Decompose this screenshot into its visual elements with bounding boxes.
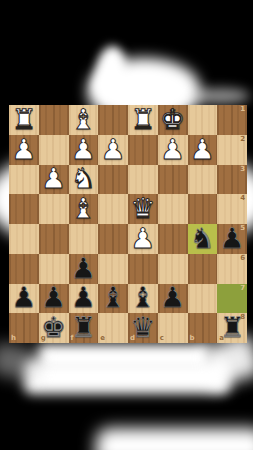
black-pawn-piece[interactable]: ♟ xyxy=(11,284,36,312)
white-king-piece[interactable]: ♚ xyxy=(160,106,185,134)
black-rook-piece[interactable]: ♜ xyxy=(71,314,96,342)
rank-label-5: 5 xyxy=(240,225,245,232)
square-a4[interactable]: 4 xyxy=(217,194,247,224)
square-c1[interactable]: ♚ xyxy=(158,105,188,135)
square-a3[interactable]: 3 xyxy=(217,165,247,195)
square-g8[interactable]: ♚g xyxy=(39,313,69,343)
square-f6[interactable]: ♟ xyxy=(69,254,99,284)
white-bishop-piece[interactable]: ♝ xyxy=(71,195,96,223)
file-label-c: c xyxy=(160,335,164,342)
knight-watermark-foot-icon xyxy=(96,428,253,450)
square-g5[interactable] xyxy=(39,224,69,254)
square-d2[interactable] xyxy=(128,135,158,165)
file-label-f: f xyxy=(71,335,74,342)
square-c4[interactable] xyxy=(158,194,188,224)
white-bishop-piece[interactable]: ♝ xyxy=(71,106,96,134)
square-a7[interactable]: 7 xyxy=(217,284,247,314)
square-e1[interactable] xyxy=(98,105,128,135)
square-g3[interactable]: ♟ xyxy=(39,165,69,195)
black-rook-piece[interactable]: ♜ xyxy=(220,314,245,342)
knight-watermark-mane-icon xyxy=(190,88,250,104)
white-pawn-piece[interactable]: ♟ xyxy=(101,136,126,164)
black-pawn-piece[interactable]: ♟ xyxy=(71,255,96,283)
square-e6[interactable] xyxy=(98,254,128,284)
square-a5[interactable]: ♟5 xyxy=(217,224,247,254)
black-bishop-piece[interactable]: ♝ xyxy=(130,284,155,312)
chess-board: ♜♝♜♚1♟♟♟♟♟2♟♞3♝♛4♟♞♟5♟6♟♟♟♝♝♟7h♚g♜fe♛dcb… xyxy=(9,105,247,343)
rank-label-1: 1 xyxy=(240,106,245,113)
black-pawn-piece[interactable]: ♟ xyxy=(160,284,185,312)
square-c2[interactable]: ♟ xyxy=(158,135,188,165)
square-d6[interactable] xyxy=(128,254,158,284)
chess-app-screenshot: ♜♝♜♚1♟♟♟♟♟2♟♞3♝♛4♟♞♟5♟6♟♟♟♝♝♟7h♚g♜fe♛dcb… xyxy=(0,0,253,450)
square-b2[interactable]: ♟ xyxy=(188,135,218,165)
square-g4[interactable] xyxy=(39,194,69,224)
file-label-h: h xyxy=(11,335,16,342)
white-pawn-piece[interactable]: ♟ xyxy=(71,136,96,164)
rank-label-6: 6 xyxy=(240,255,245,262)
square-h4[interactable] xyxy=(9,194,39,224)
file-label-e: e xyxy=(100,335,105,342)
file-label-a: a xyxy=(219,335,224,342)
square-c7[interactable]: ♟ xyxy=(158,284,188,314)
square-b6[interactable] xyxy=(188,254,218,284)
white-queen-piece[interactable]: ♛ xyxy=(130,195,155,223)
square-c8[interactable]: c xyxy=(158,313,188,343)
rank-label-7: 7 xyxy=(240,285,245,292)
square-d8[interactable]: ♛d xyxy=(128,313,158,343)
white-pawn-piece[interactable]: ♟ xyxy=(41,165,66,193)
rank-label-8: 8 xyxy=(240,314,245,321)
file-label-g: g xyxy=(41,335,46,342)
square-h8[interactable]: h xyxy=(9,313,39,343)
rank-label-2: 2 xyxy=(240,136,245,143)
square-d5[interactable]: ♟ xyxy=(128,224,158,254)
black-pawn-piece[interactable]: ♟ xyxy=(71,284,96,312)
square-f3[interactable]: ♞ xyxy=(69,165,99,195)
square-d3[interactable] xyxy=(128,165,158,195)
square-h3[interactable] xyxy=(9,165,39,195)
square-b1[interactable] xyxy=(188,105,218,135)
knight-watermark-left-edge-icon xyxy=(0,341,43,384)
knight-watermark-base-icon xyxy=(24,360,230,394)
white-rook-piece[interactable]: ♜ xyxy=(130,106,155,134)
square-e8[interactable]: e xyxy=(98,313,128,343)
black-pawn-piece[interactable]: ♟ xyxy=(41,284,66,312)
square-e3[interactable] xyxy=(98,165,128,195)
file-label-d: d xyxy=(130,335,135,342)
black-knight-piece[interactable]: ♞ xyxy=(190,225,215,253)
square-d4[interactable]: ♛ xyxy=(128,194,158,224)
square-e7[interactable]: ♝ xyxy=(98,284,128,314)
square-b4[interactable] xyxy=(188,194,218,224)
square-f2[interactable]: ♟ xyxy=(69,135,99,165)
square-b8[interactable]: b xyxy=(188,313,218,343)
square-g1[interactable] xyxy=(39,105,69,135)
square-c5[interactable] xyxy=(158,224,188,254)
white-pawn-piece[interactable]: ♟ xyxy=(190,136,215,164)
square-g2[interactable] xyxy=(39,135,69,165)
square-f4[interactable]: ♝ xyxy=(69,194,99,224)
square-a8[interactable]: ♜8a xyxy=(217,313,247,343)
square-c3[interactable] xyxy=(158,165,188,195)
square-a1[interactable]: 1 xyxy=(217,105,247,135)
square-b5[interactable]: ♞ xyxy=(188,224,218,254)
white-pawn-piece[interactable]: ♟ xyxy=(160,136,185,164)
black-king-piece[interactable]: ♚ xyxy=(41,314,66,342)
square-a2[interactable]: 2 xyxy=(217,135,247,165)
white-pawn-piece[interactable]: ♟ xyxy=(11,136,36,164)
square-h1[interactable]: ♜ xyxy=(9,105,39,135)
white-rook-piece[interactable]: ♜ xyxy=(11,106,36,134)
square-h6[interactable] xyxy=(9,254,39,284)
square-h7[interactable]: ♟ xyxy=(9,284,39,314)
file-label-b: b xyxy=(190,335,195,342)
square-d1[interactable]: ♜ xyxy=(128,105,158,135)
square-e2[interactable]: ♟ xyxy=(98,135,128,165)
square-e5[interactable] xyxy=(98,224,128,254)
square-g7[interactable]: ♟ xyxy=(39,284,69,314)
square-f1[interactable]: ♝ xyxy=(69,105,99,135)
square-f8[interactable]: ♜f xyxy=(69,313,99,343)
square-e4[interactable] xyxy=(98,194,128,224)
square-a6[interactable]: 6 xyxy=(217,254,247,284)
square-d7[interactable]: ♝ xyxy=(128,284,158,314)
white-pawn-piece[interactable]: ♟ xyxy=(130,225,155,253)
square-g6[interactable] xyxy=(39,254,69,284)
square-f7[interactable]: ♟ xyxy=(69,284,99,314)
rank-label-3: 3 xyxy=(240,166,245,173)
black-bishop-piece[interactable]: ♝ xyxy=(101,284,126,312)
square-h5[interactable] xyxy=(9,224,39,254)
square-c6[interactable] xyxy=(158,254,188,284)
square-h2[interactable]: ♟ xyxy=(9,135,39,165)
square-b7[interactable] xyxy=(188,284,218,314)
rank-label-4: 4 xyxy=(240,195,245,202)
black-queen-piece[interactable]: ♛ xyxy=(130,314,155,342)
white-knight-piece[interactable]: ♞ xyxy=(71,165,96,193)
square-f5[interactable] xyxy=(69,224,99,254)
black-pawn-piece[interactable]: ♟ xyxy=(220,225,245,253)
square-b3[interactable] xyxy=(188,165,218,195)
